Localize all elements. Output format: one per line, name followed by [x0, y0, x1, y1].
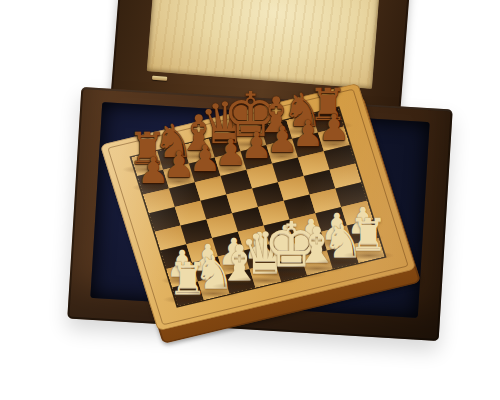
square-g5[interactable]	[304, 170, 336, 195]
piece-black-pawn-h7[interactable]: ♟	[318, 110, 350, 146]
square-e5[interactable]	[252, 182, 284, 207]
square-c5[interactable]	[201, 195, 233, 220]
chess-set-photo: ♜♞♝♛♚♝♞♜♟♟♟♟♟♟♟♟♟♟♟♟♟♟♟♟♜♞♝♛♚♝♞♜	[0, 0, 500, 400]
lid-wood-grain	[147, 0, 380, 89]
lid-inner-panel	[147, 0, 380, 89]
square-a5[interactable]	[149, 207, 181, 232]
piece-white-rook-h1[interactable]: ♜	[349, 213, 388, 257]
square-f5[interactable]	[278, 176, 310, 201]
square-h5[interactable]	[330, 164, 362, 189]
lid-hinge-left	[152, 76, 167, 81]
square-b5[interactable]	[175, 201, 207, 226]
square-d5[interactable]	[226, 188, 258, 213]
